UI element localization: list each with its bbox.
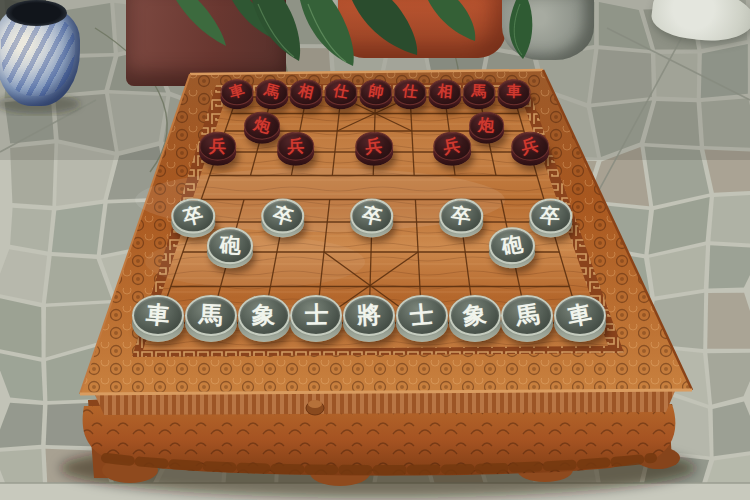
piece-face: 砲 — [207, 227, 253, 264]
piece-character: 兵 — [365, 137, 384, 156]
piece-black-cannon[interactable]: 砲 — [489, 227, 535, 268]
piece-face: 卒 — [261, 199, 305, 234]
piece-black-chariot[interactable]: 車 — [132, 295, 184, 342]
piece-face: 卒 — [529, 199, 573, 234]
piece-character: 馬 — [263, 83, 281, 101]
piece-character: 仕 — [402, 84, 419, 101]
piece-black-soldier[interactable]: 卒 — [350, 199, 394, 238]
piece-red-general[interactable]: 帥 — [359, 79, 392, 109]
piece-red-cannon[interactable]: 炮 — [469, 112, 505, 144]
piece-black-cannon[interactable]: 砲 — [207, 227, 253, 268]
piece-character: 砲 — [219, 235, 240, 256]
piece-red-elephant[interactable]: 相 — [428, 79, 461, 109]
piece-red-horse[interactable]: 馬 — [463, 79, 496, 109]
piece-face: 相 — [290, 79, 323, 105]
piece-character: 卒 — [540, 206, 561, 227]
piece-face: 相 — [428, 79, 461, 105]
piece-red-soldier[interactable]: 兵 — [433, 132, 471, 166]
piece-character: 車 — [145, 303, 170, 328]
piece-character: 馬 — [472, 84, 488, 100]
piece-black-advisor[interactable]: 士 — [396, 295, 448, 342]
piece-face: 炮 — [469, 112, 505, 140]
piece-character: 兵 — [209, 137, 227, 155]
piece-character: 卒 — [182, 204, 205, 227]
piece-character: 馬 — [514, 302, 541, 329]
scene: 車馬相仕帥仕相馬車炮炮兵兵兵兵兵卒卒卒卒卒砲砲車馬象士將士象馬車 — [0, 0, 750, 500]
piece-character: 士 — [304, 304, 328, 328]
piece-character: 兵 — [442, 136, 462, 156]
piece-face: 仕 — [324, 79, 357, 105]
piece-character: 相 — [297, 83, 315, 101]
carved-xiangqi-table — [0, 0, 750, 500]
piece-black-horse[interactable]: 馬 — [501, 295, 553, 342]
piece-character: 兵 — [520, 136, 541, 157]
piece-face: 帥 — [359, 79, 392, 105]
piece-character: 帥 — [367, 84, 384, 101]
piece-black-soldier[interactable]: 卒 — [529, 199, 573, 238]
piece-character: 馬 — [198, 303, 223, 328]
piece-black-soldier[interactable]: 卒 — [261, 199, 305, 238]
piece-character: 炮 — [478, 117, 495, 134]
piece-face: 仕 — [394, 79, 427, 105]
piece-face: 兵 — [433, 132, 471, 161]
piece-face: 砲 — [489, 227, 535, 264]
piece-red-chariot[interactable]: 車 — [498, 79, 531, 109]
piece-character: 士 — [409, 303, 434, 328]
piece-character: 車 — [566, 302, 593, 329]
piece-character: 象 — [461, 303, 487, 329]
piece-red-soldier[interactable]: 兵 — [355, 132, 393, 166]
piece-face: 卒 — [439, 199, 483, 234]
piece-red-advisor[interactable]: 仕 — [394, 79, 427, 109]
piece-face: 兵 — [511, 132, 549, 161]
piece-character: 卒 — [360, 205, 383, 228]
piece-red-elephant[interactable]: 相 — [290, 79, 323, 109]
piece-face: 兵 — [355, 132, 393, 161]
piece-face: 卒 — [350, 199, 394, 234]
piece-red-soldier[interactable]: 兵 — [277, 132, 315, 166]
piece-face: 車 — [221, 79, 254, 105]
piece-character: 將 — [357, 303, 382, 328]
piece-character: 車 — [506, 85, 521, 100]
piece-black-general[interactable]: 將 — [343, 295, 395, 342]
piece-black-elephant[interactable]: 象 — [238, 295, 290, 342]
tabletop — [80, 70, 692, 415]
piece-face: 兵 — [199, 132, 237, 161]
piece-character: 卒 — [270, 204, 294, 228]
piece-red-soldier[interactable]: 兵 — [511, 132, 549, 166]
piece-black-horse[interactable]: 馬 — [185, 295, 237, 342]
piece-character: 卒 — [450, 205, 472, 227]
piece-red-cannon[interactable]: 炮 — [245, 112, 281, 144]
piece-black-elephant[interactable]: 象 — [449, 295, 501, 342]
piece-character: 車 — [228, 83, 246, 101]
piece-red-horse[interactable]: 馬 — [255, 79, 288, 109]
piece-character: 仕 — [332, 83, 349, 100]
piece-black-soldier[interactable]: 卒 — [439, 199, 483, 238]
piece-red-chariot[interactable]: 車 — [221, 79, 254, 109]
piece-black-chariot[interactable]: 車 — [554, 295, 606, 342]
piece-face: 炮 — [245, 112, 281, 140]
piece-character: 象 — [252, 304, 276, 328]
piece-character: 相 — [437, 84, 453, 100]
piece-face: 馬 — [463, 79, 496, 105]
piece-character: 炮 — [252, 116, 272, 136]
piece-red-soldier[interactable]: 兵 — [199, 132, 237, 166]
piece-face: 馬 — [255, 79, 288, 105]
piece-black-advisor[interactable]: 士 — [290, 295, 342, 342]
piece-character: 兵 — [287, 137, 305, 155]
piece-red-advisor[interactable]: 仕 — [324, 79, 357, 109]
piece-face: 車 — [498, 79, 531, 105]
piece-character: 砲 — [500, 234, 524, 258]
piece-face: 兵 — [277, 132, 315, 161]
